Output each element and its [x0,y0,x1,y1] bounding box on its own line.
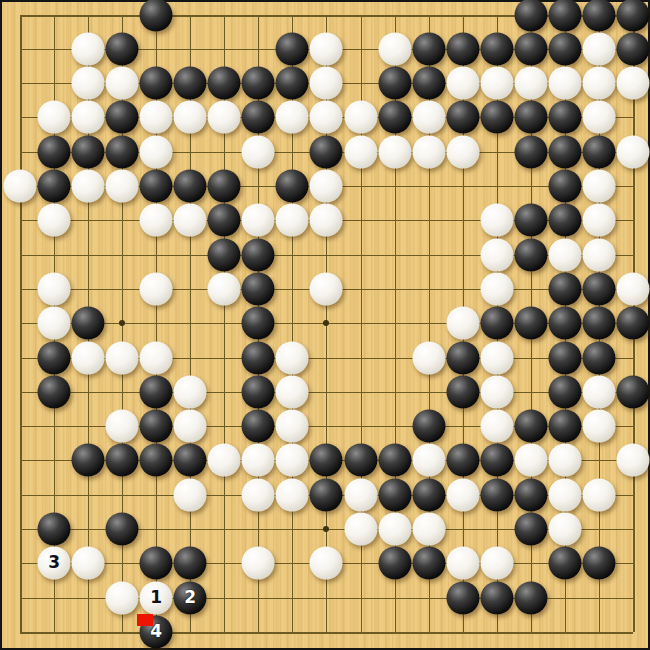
black-stone [480,307,513,340]
black-stone [174,170,207,203]
white-stone [344,101,377,134]
black-stone [548,341,581,374]
black-stone [514,0,547,31]
white-stone [310,204,343,237]
white-stone [208,101,241,134]
white-stone [480,410,513,443]
white-stone [276,410,309,443]
black-stone [548,547,581,580]
black-stone [242,101,275,134]
last-move-red-square-marker [137,614,153,626]
black-stone [106,513,139,546]
white-stone [38,101,71,134]
black-stone [310,478,343,511]
black-stone [106,444,139,477]
black-stone [378,101,411,134]
black-stone [140,547,173,580]
white-stone [616,444,649,477]
white-stone [412,135,445,168]
black-stone [412,547,445,580]
black-stone [548,307,581,340]
go-board[interactable]: 1234 [0,0,650,650]
black-stone [174,547,207,580]
white-stone [310,32,343,65]
white-stone [616,135,649,168]
white-stone [548,444,581,477]
white-stone [106,581,139,614]
white-stone [446,135,479,168]
black-stone [140,410,173,443]
white-stone [72,547,105,580]
black-stone [310,444,343,477]
black-stone [242,67,275,100]
black-stone [38,513,71,546]
black-stone [548,32,581,65]
white-stone [480,204,513,237]
black-stone [548,135,581,168]
white-stone [38,204,71,237]
black-stone [446,341,479,374]
black-stone [412,478,445,511]
black-stone [480,101,513,134]
white-stone [582,170,615,203]
move-number-label: 1 [140,581,173,614]
white-stone [616,67,649,100]
black-stone [72,135,105,168]
black-stone [582,272,615,305]
white-stone [140,101,173,134]
black-stone [582,341,615,374]
white-stone [72,101,105,134]
black-stone [446,444,479,477]
black-stone [446,375,479,408]
white-stone [548,238,581,271]
black-stone [616,32,649,65]
white-stone [514,67,547,100]
black-stone [446,32,479,65]
black-stone [446,581,479,614]
black-stone [140,375,173,408]
black-stone [242,410,275,443]
white-stone [378,32,411,65]
white-stone [276,375,309,408]
white-stone [310,272,343,305]
white-stone [140,204,173,237]
black-stone [106,135,139,168]
black-stone [38,170,71,203]
black-stone [412,32,445,65]
black-stone [242,307,275,340]
black-stone [480,581,513,614]
black-stone [514,32,547,65]
black-stone [38,135,71,168]
white-stone [310,67,343,100]
black-stone [208,238,241,271]
black-stone [106,32,139,65]
white-stone [174,101,207,134]
white-stone [106,410,139,443]
white-stone [514,444,547,477]
screenshot: 1234 [0,0,650,650]
black-stone [548,170,581,203]
white-stone [582,67,615,100]
grid-line-horizontal [20,392,633,393]
black-stone [514,410,547,443]
white-stone [582,204,615,237]
black-stone [310,135,343,168]
white-stone [38,272,71,305]
white-stone [106,341,139,374]
black-stone [38,375,71,408]
black-stone [242,375,275,408]
white-stone [480,272,513,305]
black-stone [514,135,547,168]
move-number-label: 2 [174,581,207,614]
white-stone [310,101,343,134]
black-stone [616,307,649,340]
black-stone [514,478,547,511]
white-stone [378,135,411,168]
white-stone [276,444,309,477]
white-stone [140,135,173,168]
black-stone [276,67,309,100]
white-stone [378,513,411,546]
black-stone [514,101,547,134]
black-stone [582,135,615,168]
white-stone [276,101,309,134]
white-stone [72,170,105,203]
white-stone [582,101,615,134]
black-stone [378,478,411,511]
black-stone [140,444,173,477]
black-stone [582,307,615,340]
black-stone [276,32,309,65]
star-point [323,320,329,326]
black-stone [242,341,275,374]
black-stone [514,238,547,271]
white-stone [548,67,581,100]
black-stone [208,67,241,100]
black-stone [582,547,615,580]
white-stone [208,444,241,477]
white-stone [412,341,445,374]
white-stone [140,341,173,374]
black-stone [242,238,275,271]
white-stone [208,272,241,305]
white-stone [446,67,479,100]
black-stone [582,0,615,31]
black-stone [548,375,581,408]
white-stone [412,444,445,477]
star-point [119,320,125,326]
white-stone [72,341,105,374]
black-stone [344,444,377,477]
white-stone [446,307,479,340]
white-stone [276,341,309,374]
black-stone [548,410,581,443]
black-stone [616,0,649,31]
white-stone [582,32,615,65]
white-stone [480,375,513,408]
black-stone [446,101,479,134]
white-stone [242,547,275,580]
black-stone [514,307,547,340]
black-stone [514,204,547,237]
black-stone [548,101,581,134]
white-stone [548,513,581,546]
black-stone [378,547,411,580]
black-stone [412,410,445,443]
black-stone [412,67,445,100]
black-stone [378,67,411,100]
black-stone [174,444,207,477]
white-stone [72,67,105,100]
black-stone [276,170,309,203]
black-stone [378,444,411,477]
white-stone [106,67,139,100]
white-stone [616,272,649,305]
white-stone [276,204,309,237]
black-stone [548,204,581,237]
black-stone [140,0,173,31]
white-stone [140,272,173,305]
white-stone [310,547,343,580]
black-stone [242,272,275,305]
black-stone [514,581,547,614]
grid-line-horizontal [20,632,633,634]
black-stone [480,32,513,65]
black-stone [140,170,173,203]
black-stone [208,204,241,237]
white-stone [480,238,513,271]
white-stone [344,478,377,511]
white-stone [174,375,207,408]
black-stone [208,170,241,203]
white-stone [174,478,207,511]
white-stone [582,410,615,443]
white-stone [412,513,445,546]
white-stone [72,32,105,65]
white-stone [310,170,343,203]
black-stone [72,444,105,477]
white-stone [446,478,479,511]
black-stone [106,101,139,134]
black-stone [548,0,581,31]
white-stone [582,238,615,271]
white-stone [480,341,513,374]
white-stone [480,547,513,580]
white-stone [446,547,479,580]
white-stone [242,135,275,168]
black-stone [514,513,547,546]
white-stone [4,170,37,203]
white-stone [582,478,615,511]
white-stone [548,478,581,511]
move-number-label: 3 [38,546,71,579]
white-stone [38,307,71,340]
white-stone [174,410,207,443]
black-stone [548,272,581,305]
white-stone [344,513,377,546]
black-stone [72,307,105,340]
black-stone [480,478,513,511]
white-stone [242,478,275,511]
black-stone [140,67,173,100]
white-stone [412,101,445,134]
black-stone [38,341,71,374]
white-stone [242,204,275,237]
white-stone [106,170,139,203]
black-stone [480,444,513,477]
black-stone [174,67,207,100]
white-stone [276,478,309,511]
white-stone [344,135,377,168]
white-stone [480,67,513,100]
black-stone [616,375,649,408]
white-stone [174,204,207,237]
white-stone [242,444,275,477]
star-point [323,526,329,532]
white-stone [582,375,615,408]
